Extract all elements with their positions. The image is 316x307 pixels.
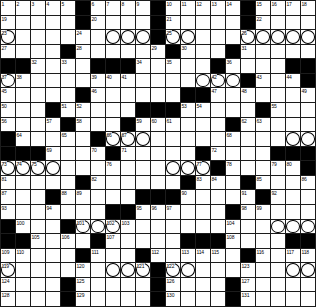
cell-r13c21[interactable]: 86: [301, 176, 315, 190]
cell-r6c11[interactable]: [151, 74, 165, 88]
cell-r11c5[interactable]: [61, 147, 75, 161]
cell-r14c5[interactable]: 88: [61, 190, 75, 204]
cell-r2c8[interactable]: [106, 16, 120, 30]
cell-r5c5[interactable]: 33: [61, 59, 75, 73]
cell-r18c8[interactable]: [106, 249, 120, 263]
cell-r16c12[interactable]: [166, 220, 180, 234]
cell-r4c20[interactable]: [286, 45, 300, 59]
cell-r8c13[interactable]: 53: [181, 103, 195, 117]
cell-r7c15[interactable]: 47: [211, 88, 225, 102]
cell-r19c9[interactable]: [121, 263, 135, 277]
cell-r20c21[interactable]: [301, 278, 315, 292]
cell-r3c8[interactable]: [106, 30, 120, 44]
cell-r17c8[interactable]: 107: [106, 234, 120, 248]
cell-r21c10[interactable]: [136, 292, 150, 306]
cell-r21c8[interactable]: [106, 292, 120, 306]
cell-r15c1[interactable]: 93: [1, 205, 15, 219]
cell-r13c3[interactable]: [31, 176, 45, 190]
cell-r14c2[interactable]: [16, 190, 30, 204]
cell-r10c3[interactable]: [31, 132, 45, 146]
cell-r15c2[interactable]: [16, 205, 30, 219]
cell-r4c7[interactable]: [91, 45, 105, 59]
cell-r2c13[interactable]: [181, 16, 195, 30]
cell-r18c4[interactable]: [46, 249, 60, 263]
cell-r12c20[interactable]: 80: [286, 161, 300, 175]
cell-r7c17[interactable]: 48: [241, 88, 255, 102]
cell-r6c2[interactable]: 38: [16, 74, 30, 88]
cell-r6c5[interactable]: [61, 74, 75, 88]
cell-r11c9[interactable]: 71: [121, 147, 135, 161]
cell-r7c1[interactable]: 45: [1, 88, 15, 102]
cell-r4c18[interactable]: [256, 45, 270, 59]
cell-r6c20[interactable]: 44: [286, 74, 300, 88]
cell-r10c13[interactable]: [181, 132, 195, 146]
cell-r4c4[interactable]: [46, 45, 60, 59]
cell-r4c10[interactable]: [136, 45, 150, 59]
cell-r4c21[interactable]: [301, 45, 315, 59]
cell-r3c14[interactable]: [196, 30, 210, 44]
cell-r4c14[interactable]: [196, 45, 210, 59]
cell-r2c9[interactable]: [121, 16, 135, 30]
cell-r9c11[interactable]: 60: [151, 118, 165, 132]
cell-r10c11[interactable]: [151, 132, 165, 146]
cell-r8c7[interactable]: [91, 103, 105, 117]
cell-r1c8[interactable]: 7: [106, 1, 120, 15]
cell-r21c7[interactable]: [91, 292, 105, 306]
cell-r11c12[interactable]: [166, 147, 180, 161]
cell-r3c9[interactable]: [121, 30, 135, 44]
cell-r19c5[interactable]: [61, 263, 75, 277]
cell-r13c5[interactable]: [61, 176, 75, 190]
cell-r20c19[interactable]: [271, 278, 285, 292]
cell-r3c16[interactable]: [226, 30, 240, 44]
cell-r4c15[interactable]: [211, 45, 225, 59]
cell-r8c17[interactable]: [241, 103, 255, 117]
cell-r14c14[interactable]: [196, 190, 210, 204]
cell-r7c3[interactable]: [31, 88, 45, 102]
cell-r15c3[interactable]: [31, 205, 45, 219]
cell-r20c14[interactable]: [196, 278, 210, 292]
cell-r1c4[interactable]: 4: [46, 1, 60, 15]
cell-r8c3[interactable]: [31, 103, 45, 117]
cell-r8c19[interactable]: 55: [271, 103, 285, 117]
cell-r17c18[interactable]: [256, 234, 270, 248]
cell-r3c21[interactable]: [301, 30, 315, 44]
cell-r19c13[interactable]: [181, 263, 195, 277]
cell-r6c14[interactable]: [196, 74, 210, 88]
cell-r12c4[interactable]: [46, 161, 60, 175]
cell-r6c19[interactable]: [271, 74, 285, 88]
cell-r18c7[interactable]: 111: [91, 249, 105, 263]
cell-r15c13[interactable]: [181, 205, 195, 219]
cell-r16c17[interactable]: [241, 220, 255, 234]
cell-r14c19[interactable]: 92: [271, 190, 285, 204]
cell-r14c16[interactable]: [226, 190, 240, 204]
cell-r18c3[interactable]: [31, 249, 45, 263]
cell-r3c12[interactable]: 25: [166, 30, 180, 44]
cell-r9c13[interactable]: [181, 118, 195, 132]
cell-r3c6[interactable]: 24: [76, 30, 90, 44]
cell-r1c9[interactable]: 8: [121, 1, 135, 15]
cell-r19c15[interactable]: [211, 263, 225, 277]
cell-r6c9[interactable]: 41: [121, 74, 135, 88]
cell-r4c17[interactable]: 31: [241, 45, 255, 59]
cell-r10c8[interactable]: 66: [106, 132, 120, 146]
cell-r19c6[interactable]: 120: [76, 263, 90, 277]
cell-r5c11[interactable]: [151, 59, 165, 73]
cell-r5c13[interactable]: [181, 59, 195, 73]
cell-r1c21[interactable]: 18: [301, 1, 315, 15]
cell-r19c10[interactable]: 121: [136, 263, 150, 277]
cell-r2c15[interactable]: [211, 16, 225, 30]
cell-r21c21[interactable]: [301, 292, 315, 306]
cell-r10c19[interactable]: [271, 132, 285, 146]
cell-r16c21[interactable]: [301, 220, 315, 234]
cell-r3c17[interactable]: 26: [241, 30, 255, 44]
cell-r9c17[interactable]: 62: [241, 118, 255, 132]
cell-r19c14[interactable]: [196, 263, 210, 277]
cell-r4c3[interactable]: [31, 45, 45, 59]
cell-r19c8[interactable]: [106, 263, 120, 277]
cell-r21c20[interactable]: [286, 292, 300, 306]
cell-r15c4[interactable]: 94: [46, 205, 60, 219]
cell-r17c12[interactable]: [166, 234, 180, 248]
cell-r19c19[interactable]: [271, 263, 285, 277]
cell-r11c13[interactable]: [181, 147, 195, 161]
cell-r8c2[interactable]: [16, 103, 30, 117]
cell-r4c2[interactable]: [16, 45, 30, 59]
cell-r10c10[interactable]: [136, 132, 150, 146]
cell-r9c18[interactable]: 63: [256, 118, 270, 132]
cell-r20c7[interactable]: [91, 278, 105, 292]
cell-r2c21[interactable]: [301, 16, 315, 30]
cell-r2c16[interactable]: [226, 16, 240, 30]
cell-r1c14[interactable]: 12: [196, 1, 210, 15]
cell-r1c12[interactable]: 10: [166, 1, 180, 15]
cell-r12c9[interactable]: [121, 161, 135, 175]
cell-r20c18[interactable]: [256, 278, 270, 292]
cell-r10c9[interactable]: 67: [121, 132, 135, 146]
cell-r16c11[interactable]: [151, 220, 165, 234]
cell-r8c8[interactable]: [106, 103, 120, 117]
cell-r19c20[interactable]: [286, 263, 300, 277]
cell-r12c6[interactable]: [76, 161, 90, 175]
cell-r8c15[interactable]: [211, 103, 225, 117]
cell-r15c11[interactable]: 96: [151, 205, 165, 219]
cell-r14c21[interactable]: [301, 190, 315, 204]
cell-r1c5[interactable]: 5: [61, 1, 75, 15]
cell-r12c1[interactable]: 73: [1, 161, 15, 175]
cell-r20c13[interactable]: [181, 278, 195, 292]
cell-r16c3[interactable]: [31, 220, 45, 234]
cell-r16c16[interactable]: 104: [226, 220, 240, 234]
cell-r10c4[interactable]: [46, 132, 60, 146]
cell-r13c19[interactable]: [271, 176, 285, 190]
cell-r7c7[interactable]: 46: [91, 88, 105, 102]
cell-r2c19[interactable]: [271, 16, 285, 30]
cell-r20c20[interactable]: [286, 278, 300, 292]
cell-r14c15[interactable]: [211, 190, 225, 204]
cell-r9c21[interactable]: [301, 118, 315, 132]
cell-r21c2[interactable]: [16, 292, 30, 306]
cell-r9c2[interactable]: [16, 118, 30, 132]
cell-r20c12[interactable]: 126: [166, 278, 180, 292]
cell-r17c4[interactable]: [46, 234, 60, 248]
cell-r18c1[interactable]: 109: [1, 249, 15, 263]
cell-r1c20[interactable]: 17: [286, 1, 300, 15]
cell-r19c16[interactable]: [226, 263, 240, 277]
cell-r14c8[interactable]: [106, 190, 120, 204]
cell-r19c4[interactable]: [46, 263, 60, 277]
cell-r15c15[interactable]: [211, 205, 225, 219]
cell-r17c16[interactable]: 108: [226, 234, 240, 248]
cell-r9c6[interactable]: 58: [76, 118, 90, 132]
cell-r4c13[interactable]: 30: [181, 45, 195, 59]
cell-r1c13[interactable]: 11: [181, 1, 195, 15]
cell-r5c17[interactable]: [241, 59, 255, 73]
cell-r19c21[interactable]: [301, 263, 315, 277]
cell-r2c7[interactable]: 20: [91, 16, 105, 30]
cell-r10c15[interactable]: [211, 132, 225, 146]
cell-r17c6[interactable]: [76, 234, 90, 248]
cell-r8c20[interactable]: [286, 103, 300, 117]
cell-r3c10[interactable]: [136, 30, 150, 44]
cell-r2c12[interactable]: 21: [166, 16, 180, 30]
cell-r12c12[interactable]: [166, 161, 180, 175]
cell-r19c7[interactable]: [91, 263, 105, 277]
cell-r8c9[interactable]: [121, 103, 135, 117]
cell-r16c6[interactable]: 101: [76, 220, 90, 234]
cell-r20c6[interactable]: 125: [76, 278, 90, 292]
cell-r13c10[interactable]: [136, 176, 150, 190]
cell-r19c18[interactable]: [256, 263, 270, 277]
cell-r3c19[interactable]: [271, 30, 285, 44]
cell-r13c18[interactable]: 85: [256, 176, 270, 190]
cell-r11c18[interactable]: [256, 147, 270, 161]
cell-r9c10[interactable]: 59: [136, 118, 150, 132]
cell-r9c15[interactable]: [211, 118, 225, 132]
cell-r1c10[interactable]: 9: [136, 1, 150, 15]
cell-r5c6[interactable]: [76, 59, 90, 73]
cell-r10c6[interactable]: [76, 132, 90, 146]
cell-r19c3[interactable]: [31, 263, 45, 277]
cell-r13c8[interactable]: [106, 176, 120, 190]
cell-r6c3[interactable]: [31, 74, 45, 88]
cell-r19c12[interactable]: 122: [166, 263, 180, 277]
cell-r13c9[interactable]: [121, 176, 135, 190]
cell-r12c3[interactable]: 75: [31, 161, 45, 175]
cell-r14c13[interactable]: 90: [181, 190, 195, 204]
cell-r12c13[interactable]: [181, 161, 195, 175]
cell-r6c18[interactable]: 43: [256, 74, 270, 88]
cell-r11c4[interactable]: 69: [46, 147, 60, 161]
cell-r10c21[interactable]: [301, 132, 315, 146]
cell-r3c5[interactable]: [61, 30, 75, 44]
cell-r5c12[interactable]: 35: [166, 59, 180, 73]
cell-r12c19[interactable]: 79: [271, 161, 285, 175]
cell-r18c13[interactable]: 113: [181, 249, 195, 263]
cell-r2c20[interactable]: [286, 16, 300, 30]
cell-r5c19[interactable]: [271, 59, 285, 73]
cell-r16c15[interactable]: [211, 220, 225, 234]
cell-r8c21[interactable]: [301, 103, 315, 117]
cell-r6c8[interactable]: 40: [106, 74, 120, 88]
cell-r7c8[interactable]: [106, 88, 120, 102]
cell-r1c1[interactable]: 1: [1, 1, 15, 15]
cell-r6c6[interactable]: [76, 74, 90, 88]
cell-r21c6[interactable]: 129: [76, 292, 90, 306]
cell-r3c15[interactable]: [211, 30, 225, 44]
cell-r7c9[interactable]: [121, 88, 135, 102]
cell-r12c7[interactable]: [91, 161, 105, 175]
cell-r13c4[interactable]: [46, 176, 60, 190]
cell-r18c5[interactable]: [61, 249, 75, 263]
cell-r4c1[interactable]: 27: [1, 45, 15, 59]
cell-r5c14[interactable]: [196, 59, 210, 73]
cell-r9c1[interactable]: 56: [1, 118, 15, 132]
cell-r18c11[interactable]: 112: [151, 249, 165, 263]
cell-r5c4[interactable]: [46, 59, 60, 73]
cell-r16c8[interactable]: 102: [106, 220, 120, 234]
cell-r3c13[interactable]: [181, 30, 195, 44]
cell-r10c12[interactable]: [166, 132, 180, 146]
cell-r4c8[interactable]: [106, 45, 120, 59]
cell-r19c2[interactable]: [16, 263, 30, 277]
cell-r21c4[interactable]: [46, 292, 60, 306]
cell-r21c18[interactable]: [256, 292, 270, 306]
cell-r9c19[interactable]: [271, 118, 285, 132]
cell-r12c10[interactable]: [136, 161, 150, 175]
cell-r18c9[interactable]: [121, 249, 135, 263]
cell-r1c16[interactable]: 14: [226, 1, 240, 15]
cell-r17c10[interactable]: [136, 234, 150, 248]
cell-r16c7[interactable]: [91, 220, 105, 234]
cell-r5c3[interactable]: 32: [31, 59, 45, 73]
cell-r14c20[interactable]: [286, 190, 300, 204]
cell-r20c10[interactable]: [136, 278, 150, 292]
cell-r5c18[interactable]: [256, 59, 270, 73]
cell-r12c8[interactable]: 76: [106, 161, 120, 175]
cell-r2c1[interactable]: 19: [1, 16, 15, 30]
cell-r18c21[interactable]: 118: [301, 249, 315, 263]
cell-r7c16[interactable]: [226, 88, 240, 102]
cell-r14c7[interactable]: [91, 190, 105, 204]
cell-r18c15[interactable]: 115: [211, 249, 225, 263]
cell-r15c6[interactable]: [76, 205, 90, 219]
cell-r21c17[interactable]: 131: [241, 292, 255, 306]
cell-r11c15[interactable]: 72: [211, 147, 225, 161]
cell-r13c14[interactable]: 83: [196, 176, 210, 190]
cell-r9c20[interactable]: [286, 118, 300, 132]
cell-r3c2[interactable]: [16, 30, 30, 44]
cell-r14c17[interactable]: 91: [241, 190, 255, 204]
cell-r4c19[interactable]: [271, 45, 285, 59]
cell-r15c19[interactable]: [271, 205, 285, 219]
cell-r7c5[interactable]: [61, 88, 75, 102]
cell-r21c12[interactable]: 130: [166, 292, 180, 306]
cell-r5c16[interactable]: 36: [226, 59, 240, 73]
cell-r17c5[interactable]: 106: [61, 234, 75, 248]
cell-r8c14[interactable]: 54: [196, 103, 210, 117]
cell-r20c2[interactable]: [16, 278, 30, 292]
cell-r12c14[interactable]: 77: [196, 161, 210, 175]
cell-r4c6[interactable]: 28: [76, 45, 90, 59]
cell-r18c20[interactable]: 117: [286, 249, 300, 263]
cell-r20c3[interactable]: [31, 278, 45, 292]
cell-r7c21[interactable]: 49: [301, 88, 315, 102]
cell-r20c8[interactable]: [106, 278, 120, 292]
cell-r16c4[interactable]: [46, 220, 60, 234]
cell-r12c2[interactable]: 74: [16, 161, 30, 175]
cell-r16c20[interactable]: [286, 220, 300, 234]
cell-r17c9[interactable]: [121, 234, 135, 248]
cell-r7c19[interactable]: [271, 88, 285, 102]
cell-r11c10[interactable]: [136, 147, 150, 161]
cell-r16c14[interactable]: [196, 220, 210, 234]
cell-r14c6[interactable]: 89: [76, 190, 90, 204]
cell-r11c11[interactable]: [151, 147, 165, 161]
cell-r15c7[interactable]: [91, 205, 105, 219]
cell-r21c15[interactable]: [211, 292, 225, 306]
cell-r9c8[interactable]: [106, 118, 120, 132]
cell-r12c11[interactable]: [151, 161, 165, 175]
cell-r9c14[interactable]: [196, 118, 210, 132]
cell-r2c4[interactable]: [46, 16, 60, 30]
cell-r18c12[interactable]: [166, 249, 180, 263]
cell-r21c14[interactable]: [196, 292, 210, 306]
cell-r8c1[interactable]: 50: [1, 103, 15, 117]
cell-r2c3[interactable]: [31, 16, 45, 30]
cell-r13c1[interactable]: 81: [1, 176, 15, 190]
cell-r13c15[interactable]: 84: [211, 176, 225, 190]
cell-r3c18[interactable]: [256, 30, 270, 44]
cell-r2c2[interactable]: [16, 16, 30, 30]
cell-r21c9[interactable]: [121, 292, 135, 306]
cell-r1c15[interactable]: 13: [211, 1, 225, 15]
cell-r16c18[interactable]: [256, 220, 270, 234]
cell-r16c13[interactable]: [181, 220, 195, 234]
cell-r17c3[interactable]: 105: [31, 234, 45, 248]
cell-r10c2[interactable]: 64: [16, 132, 30, 146]
cell-r3c3[interactable]: [31, 30, 45, 44]
cell-r7c18[interactable]: [256, 88, 270, 102]
cell-r1c18[interactable]: 15: [256, 1, 270, 15]
cell-r18c19[interactable]: [271, 249, 285, 263]
cell-r4c9[interactable]: [121, 45, 135, 59]
cell-r10c17[interactable]: [241, 132, 255, 146]
cell-r7c20[interactable]: [286, 88, 300, 102]
cell-r2c10[interactable]: [136, 16, 150, 30]
cell-r3c20[interactable]: [286, 30, 300, 44]
cell-r11c7[interactable]: 70: [91, 147, 105, 161]
cell-r12c5[interactable]: [61, 161, 75, 175]
cell-r13c20[interactable]: [286, 176, 300, 190]
cell-r21c19[interactable]: [271, 292, 285, 306]
cell-r13c11[interactable]: [151, 176, 165, 190]
cell-r6c7[interactable]: 39: [91, 74, 105, 88]
cell-r21c1[interactable]: 128: [1, 292, 15, 306]
cell-r13c7[interactable]: 82: [91, 176, 105, 190]
cell-r2c18[interactable]: 22: [256, 16, 270, 30]
cell-r8c5[interactable]: 51: [61, 103, 75, 117]
cell-r16c19[interactable]: [271, 220, 285, 234]
cell-r20c15[interactable]: [211, 278, 225, 292]
cell-r17c17[interactable]: [241, 234, 255, 248]
cell-r13c12[interactable]: [166, 176, 180, 190]
cell-r10c5[interactable]: 65: [61, 132, 75, 146]
cell-r18c14[interactable]: 114: [196, 249, 210, 263]
cell-r2c14[interactable]: [196, 16, 210, 30]
